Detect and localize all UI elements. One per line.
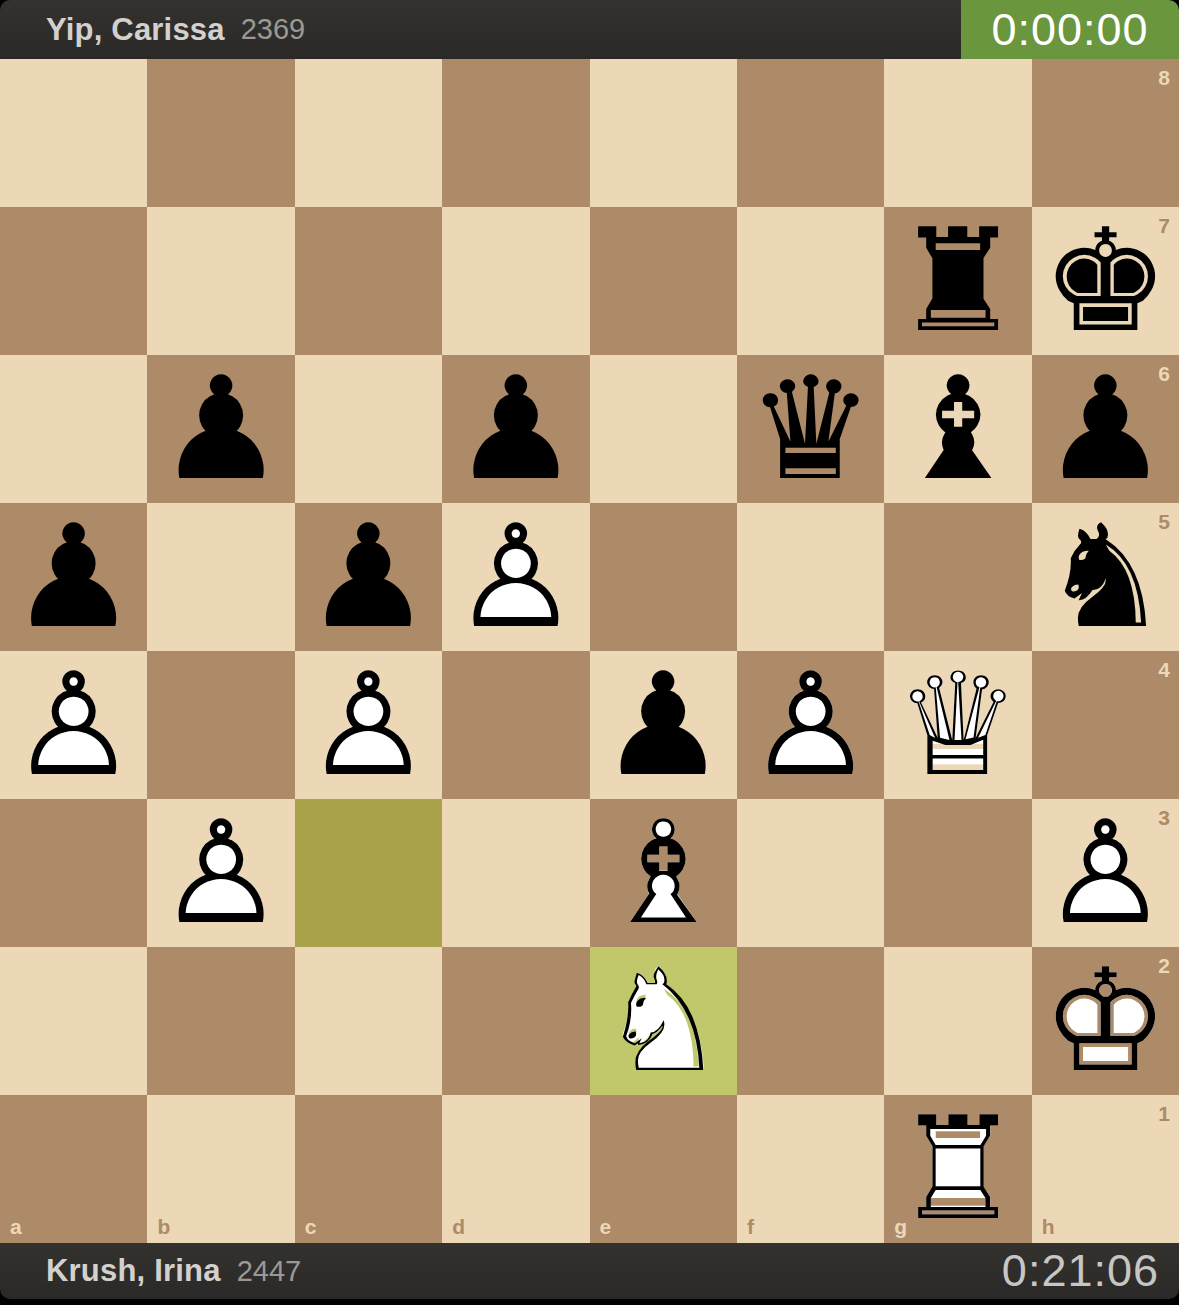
bottom-player-rating: 2447 (237, 1255, 302, 1288)
coord-file-b: b (157, 1215, 170, 1239)
square-d3[interactable] (442, 799, 589, 947)
square-h6[interactable]: ♟6 (1032, 355, 1179, 503)
square-e4[interactable]: ♟ (590, 651, 737, 799)
square-g2[interactable] (884, 947, 1031, 1095)
coord-file-c: c (305, 1215, 317, 1239)
piece-black-pawn[interactable]: ♟ (295, 503, 442, 651)
top-player-name: Yip, Carissa (46, 12, 225, 48)
piece-black-pawn[interactable]: ♟ (442, 355, 589, 503)
piece-black-bishop[interactable]: ♝ (884, 355, 1031, 503)
square-d7[interactable] (442, 207, 589, 355)
piece-black-pawn[interactable]: ♟ (147, 355, 294, 503)
piece-white-pawn[interactable]: ♟♙ (147, 799, 294, 947)
square-a3[interactable] (0, 799, 147, 947)
top-player-bar: Yip, Carissa 2369 0:00:00 (0, 0, 1179, 59)
piece-white-pawn[interactable]: ♟♙ (737, 651, 884, 799)
square-b6[interactable]: ♟ (147, 355, 294, 503)
square-c4[interactable]: ♟♙ (295, 651, 442, 799)
top-player-clock: 0:00:00 (961, 0, 1179, 59)
square-a5[interactable]: ♟ (0, 503, 147, 651)
square-a4[interactable]: ♟♙ (0, 651, 147, 799)
square-f8[interactable] (737, 59, 884, 207)
square-e8[interactable] (590, 59, 737, 207)
square-g6[interactable]: ♝ (884, 355, 1031, 503)
square-d4[interactable] (442, 651, 589, 799)
square-f3[interactable] (737, 799, 884, 947)
piece-black-knight[interactable]: ♞ (1032, 503, 1179, 651)
square-b1[interactable]: b (147, 1095, 294, 1243)
coord-file-a: a (10, 1215, 22, 1239)
piece-white-king[interactable]: ♚♔ (1032, 947, 1179, 1095)
square-a7[interactable] (0, 207, 147, 355)
square-b2[interactable] (147, 947, 294, 1095)
square-e1[interactable]: e (590, 1095, 737, 1243)
square-c5[interactable]: ♟ (295, 503, 442, 651)
bottom-player-bar: Krush, Irina 2447 0:21:06 (0, 1243, 1179, 1299)
coord-rank-1: 1 (1158, 1102, 1170, 1126)
top-player-rating: 2369 (241, 13, 306, 46)
square-g8[interactable] (884, 59, 1031, 207)
square-c1[interactable]: c (295, 1095, 442, 1243)
square-f4[interactable]: ♟♙ (737, 651, 884, 799)
chess-game-screen: Yip, Carissa 2369 0:00:00 8♜♚7♟♟♛♝♟6♟♟♟♙… (0, 0, 1179, 1305)
square-g4[interactable]: ♛♕ (884, 651, 1031, 799)
square-d5[interactable]: ♟♙ (442, 503, 589, 651)
square-c6[interactable] (295, 355, 442, 503)
square-h1[interactable]: 1h (1032, 1095, 1179, 1243)
square-c8[interactable] (295, 59, 442, 207)
piece-black-king[interactable]: ♚ (1032, 207, 1179, 355)
coord-file-d: d (452, 1215, 465, 1239)
square-c7[interactable] (295, 207, 442, 355)
piece-white-queen[interactable]: ♛♕ (884, 651, 1031, 799)
square-g1[interactable]: ♜♖g (884, 1095, 1031, 1243)
square-g7[interactable]: ♜ (884, 207, 1031, 355)
square-c3[interactable] (295, 799, 442, 947)
square-e6[interactable] (590, 355, 737, 503)
square-f2[interactable] (737, 947, 884, 1095)
square-d6[interactable]: ♟ (442, 355, 589, 503)
piece-white-pawn[interactable]: ♟♙ (1032, 799, 1179, 947)
square-a8[interactable] (0, 59, 147, 207)
square-b4[interactable] (147, 651, 294, 799)
piece-black-pawn[interactable]: ♟ (0, 503, 147, 651)
bottom-player-name: Krush, Irina (46, 1253, 221, 1289)
square-d1[interactable]: d (442, 1095, 589, 1243)
coord-file-e: e (600, 1215, 612, 1239)
square-b5[interactable] (147, 503, 294, 651)
square-h5[interactable]: ♞5 (1032, 503, 1179, 651)
square-b3[interactable]: ♟♙ (147, 799, 294, 947)
square-f1[interactable]: f (737, 1095, 884, 1243)
square-c2[interactable] (295, 947, 442, 1095)
piece-black-queen[interactable]: ♛ (737, 355, 884, 503)
square-e3[interactable]: ♝♗ (590, 799, 737, 947)
square-a6[interactable] (0, 355, 147, 503)
chess-board[interactable]: 8♜♚7♟♟♛♝♟6♟♟♟♙♞5♟♙♟♙♟♟♙♛♕4♟♙♝♗♟♙3♞♘♚♔2ab… (0, 59, 1179, 1243)
coord-rank-8: 8 (1158, 66, 1170, 90)
piece-white-pawn[interactable]: ♟♙ (295, 651, 442, 799)
square-h3[interactable]: ♟♙3 (1032, 799, 1179, 947)
piece-white-rook[interactable]: ♜♖ (884, 1095, 1031, 1243)
piece-black-pawn[interactable]: ♟ (590, 651, 737, 799)
square-f6[interactable]: ♛ (737, 355, 884, 503)
coord-rank-4: 4 (1158, 658, 1170, 682)
bottom-player-clock: 0:21:06 (1002, 1243, 1179, 1299)
square-a2[interactable] (0, 947, 147, 1095)
square-g3[interactable] (884, 799, 1031, 947)
square-h2[interactable]: ♚♔2 (1032, 947, 1179, 1095)
square-f5[interactable] (737, 503, 884, 651)
piece-white-knight[interactable]: ♞♘ (590, 947, 737, 1095)
square-a1[interactable]: a (0, 1095, 147, 1243)
piece-black-rook[interactable]: ♜ (884, 207, 1031, 355)
coord-file-h: h (1042, 1215, 1055, 1239)
piece-white-pawn[interactable]: ♟♙ (0, 651, 147, 799)
square-b7[interactable] (147, 207, 294, 355)
piece-white-pawn[interactable]: ♟♙ (442, 503, 589, 651)
piece-black-pawn[interactable]: ♟ (1032, 355, 1179, 503)
square-h7[interactable]: ♚7 (1032, 207, 1179, 355)
square-e2[interactable]: ♞♘ (590, 947, 737, 1095)
square-h8[interactable]: 8 (1032, 59, 1179, 207)
square-b8[interactable] (147, 59, 294, 207)
square-d2[interactable] (442, 947, 589, 1095)
square-h4[interactable]: 4 (1032, 651, 1179, 799)
square-f7[interactable] (737, 207, 884, 355)
square-e5[interactable] (590, 503, 737, 651)
piece-white-bishop[interactable]: ♝♗ (590, 799, 737, 947)
square-e7[interactable] (590, 207, 737, 355)
coord-file-f: f (747, 1215, 754, 1239)
square-g5[interactable] (884, 503, 1031, 651)
square-d8[interactable] (442, 59, 589, 207)
